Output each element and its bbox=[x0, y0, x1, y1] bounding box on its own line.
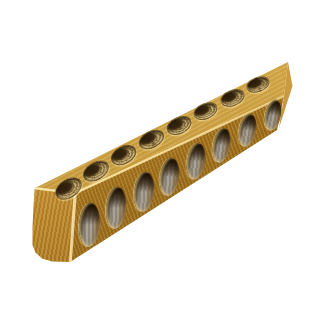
product-photo-stage bbox=[0, 0, 320, 320]
bar-front-face bbox=[0, 0, 320, 320]
